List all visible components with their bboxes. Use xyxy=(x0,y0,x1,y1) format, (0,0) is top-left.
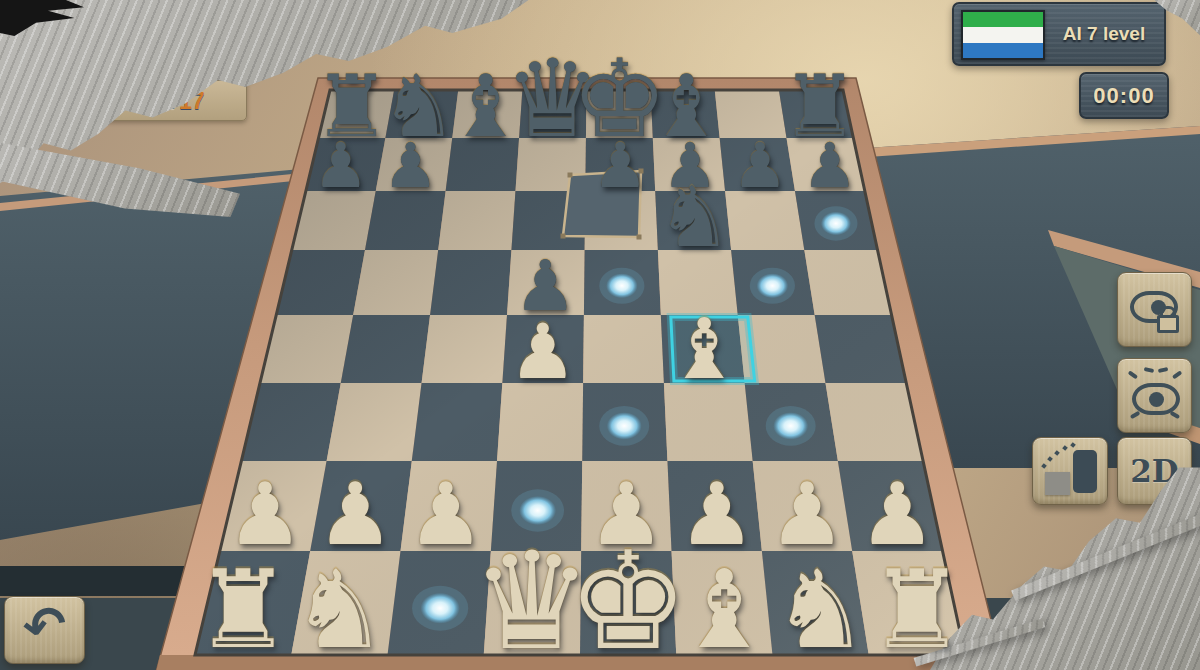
piece-white-knight-b1[interactable]: ♞ xyxy=(259,556,419,664)
move-hint-dot-g3[interactable] xyxy=(773,412,808,439)
piece-white-bishop-f4[interactable]: ♝ xyxy=(624,308,784,392)
view-eye-button[interactable] xyxy=(1117,358,1192,433)
flag-stripe-blue xyxy=(963,43,1043,58)
ai-level-label: AI 7 level xyxy=(1049,4,1159,64)
undo-arrow-icon: ↶ xyxy=(19,593,71,658)
opponent-timer: 00:00 xyxy=(1079,72,1169,119)
peek-eye-button[interactable] xyxy=(1117,272,1192,347)
move-hint-dot-g5[interactable] xyxy=(757,273,789,298)
piece-white-pawn-h2[interactable]: ♟ xyxy=(817,471,977,557)
undo-button[interactable]: ↶ xyxy=(4,596,85,664)
piece-black-pawn-b7[interactable]: ♟ xyxy=(331,135,491,197)
piece-white-pawn-d4[interactable]: ♟ xyxy=(463,314,623,390)
real-chess-game-screen: { "game": "chess", "position": { "fen": … xyxy=(0,0,1200,670)
flip-board-button[interactable] xyxy=(1032,437,1108,505)
move-hint-dot-h6[interactable] xyxy=(821,212,851,236)
flag-stripe-white xyxy=(963,27,1043,42)
sierra-leone-flag xyxy=(961,10,1045,60)
piece-white-rook-h1[interactable]: ♜ xyxy=(837,556,997,664)
table-front-edge-left xyxy=(0,566,186,596)
flag-stripe-green xyxy=(963,12,1043,27)
opponent-panel: AI 7 level xyxy=(952,2,1166,66)
move-hint-dot-e3[interactable] xyxy=(607,412,642,439)
piece-black-knight-f6[interactable]: ♞ xyxy=(614,175,774,259)
